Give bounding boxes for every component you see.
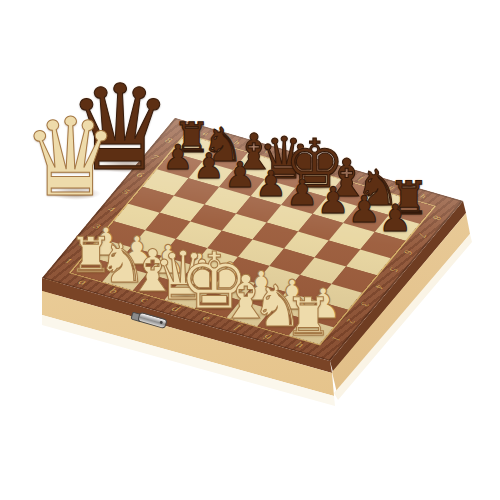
- spare-light-queen[interactable]: ♛: [22, 104, 119, 212]
- piece-black-pawn-g7[interactable]: ♟: [348, 192, 381, 229]
- piece-black-pawn-f7[interactable]: ♟: [317, 183, 350, 220]
- piece-black-pawn-h7[interactable]: ♟: [378, 200, 411, 237]
- piece-black-pawn-a7[interactable]: ♟: [163, 140, 194, 174]
- chess-set-photo: aa88bb77cc66dd55ee44ff33gg22hh11 ♜♞♝♛♚♝♞…: [0, 0, 500, 500]
- piece-black-pawn-e7[interactable]: ♟: [286, 175, 318, 211]
- piece-black-pawn-d7[interactable]: ♟: [255, 166, 287, 202]
- piece-white-rook-h1[interactable]: ♜: [285, 291, 332, 344]
- piece-black-pawn-b7[interactable]: ♟: [193, 149, 224, 184]
- piece-black-pawn-c7[interactable]: ♟: [224, 157, 256, 192]
